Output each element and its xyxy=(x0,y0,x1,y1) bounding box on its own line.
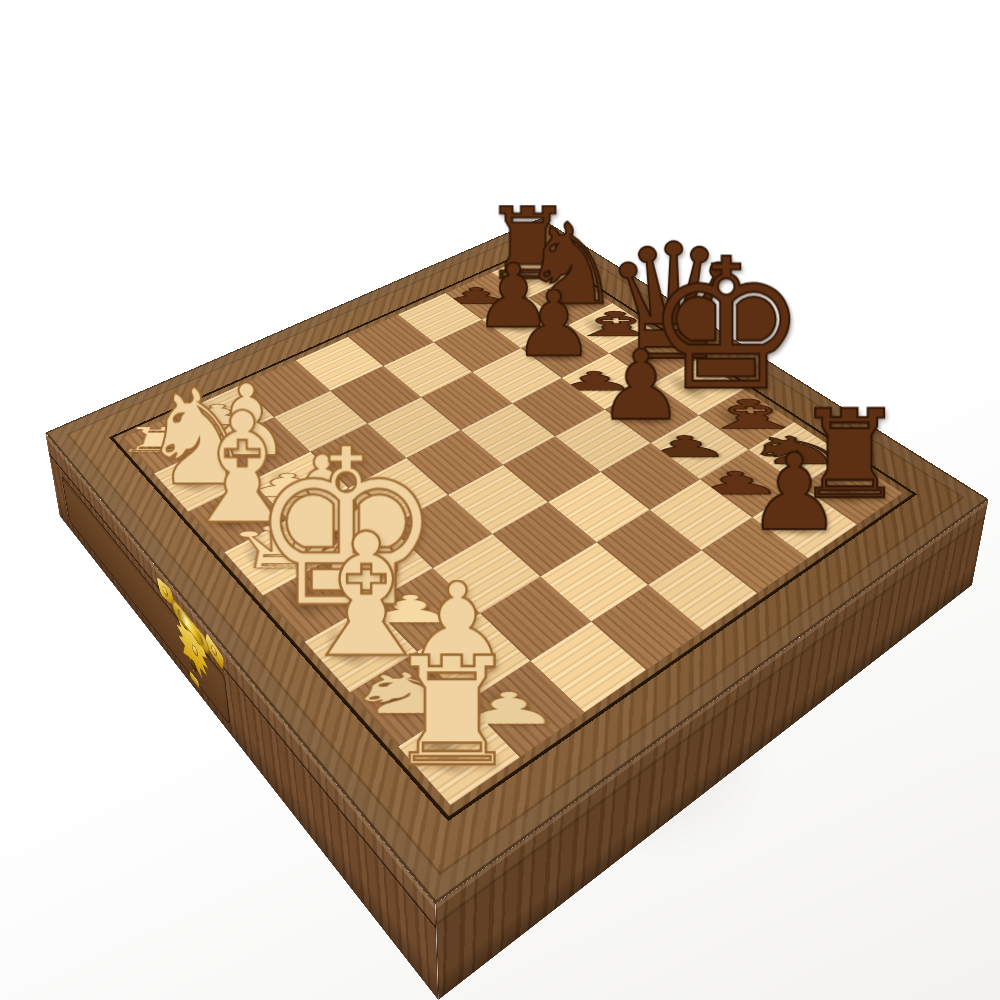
piece-black-pawn[interactable]: ♟ xyxy=(513,289,576,362)
board-frame: ♜♞♝♛♚♝♞♜♟♟♟♟♟♟♟♟♟♟♟♟♟♟♟♟♜♞♝♛♚♝♞♜ xyxy=(45,218,988,904)
screw-icon xyxy=(211,643,217,658)
piece-white-bishop[interactable]: ♝ xyxy=(290,528,371,664)
square-h1[interactable]: ♜ xyxy=(398,702,520,805)
piece-white-bishop[interactable]: ♝ xyxy=(173,407,246,530)
square-h7[interactable]: ♟ xyxy=(753,486,857,558)
box-top: ♜♞♝♛♚♝♞♜♟♟♟♟♟♟♟♟♟♟♟♟♟♟♟♟♜♞♝♛♚♝♞♜ xyxy=(45,218,988,904)
piece-white-rook[interactable]: ♜ xyxy=(384,652,472,772)
scene: ♜♞♝♛♚♝♞♜♟♟♟♟♟♟♟♟♟♟♟♟♟♟♟♟♜♞♝♛♚♝♞♜ xyxy=(0,0,1000,1000)
piece-black-pawn[interactable]: ♟ xyxy=(597,347,664,424)
piece-black-pawn[interactable]: ♟ xyxy=(746,450,820,535)
latch-catch-tab xyxy=(190,670,199,688)
square-e4[interactable] xyxy=(448,465,548,534)
chess-box: ♜♞♝♛♚♝♞♜♟♟♟♟♟♟♟♟♟♟♟♟♟♟♟♟♜♞♝♛♚♝♞♜ xyxy=(45,218,988,904)
photo-background: ♜♞♝♛♚♝♞♜♟♟♟♟♟♟♟♟♟♟♟♟♟♟♟♟♜♞♝♛♚♝♞♜ xyxy=(0,0,1000,1000)
screw-icon xyxy=(162,584,169,598)
